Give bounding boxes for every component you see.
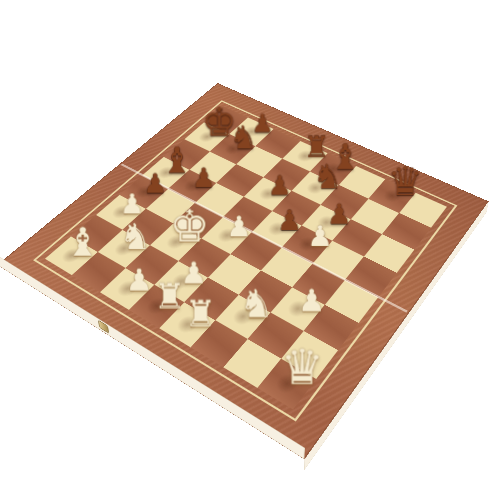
board-frame: ♝♟♟♝♚♞♟♞♟♟♚♜♟♟♟♜♜♟♞♝♞♟♟♟♛♛ (0, 83, 489, 459)
board-grid: ♝♟♟♝♚♞♟♞♟♟♚♜♟♟♟♜♜♟♞♝♞♟♟♟♛♛ (45, 106, 447, 409)
white-rook-a4[interactable]: ♜ (180, 296, 220, 332)
white-queen-a1[interactable]: ♛ (280, 344, 323, 393)
product-photo-stage: ♝♟♟♝♚♞♟♞♟♟♚♜♟♟♟♜♜♟♞♝♞♟♟♟♛♛ (0, 0, 500, 500)
dark-queen-h2[interactable]: ♛ (388, 162, 423, 202)
folding-chessboard: ♝♟♟♝♚♞♟♞♟♟♚♜♟♟♟♜♜♟♞♝♞♟♟♟♛♛ (0, 83, 489, 459)
white-pawn-e3[interactable]: ♟ (302, 222, 339, 251)
chessboard-scene: ♝♟♟♝♚♞♟♞♟♟♚♜♟♟♟♜♜♟♞♝♞♟♟♟♛♛ (0, 0, 500, 500)
white-pawn-d5[interactable]: ♟ (221, 213, 257, 241)
white-knight-b3[interactable]: ♞ (237, 285, 277, 324)
dark-knight-g7[interactable]: ♞ (227, 122, 260, 154)
white-pawn-c2[interactable]: ♟ (292, 285, 332, 316)
white-king-c6[interactable]: ♚ (169, 204, 206, 249)
dark-pawn-e7[interactable]: ♟ (187, 165, 221, 192)
dark-pawn-f5[interactable]: ♟ (262, 173, 297, 200)
dark-knight-g4[interactable]: ♞ (310, 160, 344, 193)
white-bishop-a8[interactable]: ♝ (64, 223, 101, 262)
white-pawn-c8[interactable]: ♟ (115, 190, 150, 218)
white-knight-b7[interactable]: ♞ (117, 219, 154, 255)
